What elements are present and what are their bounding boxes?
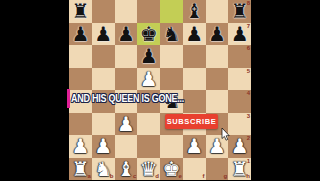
square-c6[interactable] <box>115 45 138 68</box>
mouse-cursor-icon <box>221 128 230 141</box>
file-label-d: d <box>155 173 159 180</box>
square-b6[interactable] <box>92 45 115 68</box>
square-b3[interactable] <box>92 113 115 136</box>
black-pawn[interactable]: ♟ <box>92 23 115 46</box>
square-b5[interactable] <box>92 68 115 91</box>
square-a6[interactable] <box>69 45 92 68</box>
black-pawn[interactable]: ♟ <box>206 23 229 46</box>
black-pawn[interactable]: ♟ <box>69 23 92 46</box>
square-a7[interactable]: ♟ <box>69 23 92 46</box>
square-h5[interactable]: 5 <box>228 68 251 91</box>
file-label-b: b <box>110 173 114 180</box>
square-c2[interactable] <box>115 135 138 158</box>
square-c8[interactable] <box>115 0 138 23</box>
square-f6[interactable] <box>183 45 206 68</box>
square-f8[interactable]: ♝ <box>183 0 206 23</box>
square-d7[interactable]: ♚ <box>137 23 160 46</box>
video-frame: ♜♝♜8♟♟♟♚♞♟♟♟7♟6♟5♞4♟3♟♟♟♟♟2♜a♞b♝c♛d♚efg♜… <box>0 0 320 180</box>
square-d8[interactable] <box>137 0 160 23</box>
square-g5[interactable] <box>206 68 229 91</box>
square-h8[interactable]: ♜8 <box>228 0 251 23</box>
rank-label-4: 4 <box>247 90 250 97</box>
white-pawn[interactable]: ♟ <box>69 135 92 158</box>
black-rook[interactable]: ♜ <box>69 0 92 23</box>
square-b1[interactable]: ♞b <box>92 158 115 181</box>
square-d1[interactable]: ♛d <box>137 158 160 181</box>
black-knight[interactable]: ♞ <box>160 23 183 46</box>
square-a8[interactable]: ♜ <box>69 0 92 23</box>
caption-text: AND HIS QUEEN IS GONE... <box>71 92 184 104</box>
square-e6[interactable] <box>160 45 183 68</box>
rank-label-7: 7 <box>247 23 250 30</box>
square-e8[interactable] <box>160 0 183 23</box>
square-c7[interactable]: ♟ <box>115 23 138 46</box>
black-king[interactable]: ♚ <box>137 23 160 46</box>
square-a1[interactable]: ♜a <box>69 158 92 181</box>
square-g1[interactable]: g <box>206 158 229 181</box>
square-e5[interactable] <box>160 68 183 91</box>
rank-label-2: 2 <box>247 135 250 142</box>
square-e2[interactable] <box>160 135 183 158</box>
rank-label-5: 5 <box>247 68 250 75</box>
square-d2[interactable] <box>137 135 160 158</box>
square-g6[interactable] <box>206 45 229 68</box>
square-e7[interactable]: ♞ <box>160 23 183 46</box>
file-label-e: e <box>178 173 181 180</box>
square-f1[interactable]: f <box>183 158 206 181</box>
square-b7[interactable]: ♟ <box>92 23 115 46</box>
square-g8[interactable] <box>206 0 229 23</box>
square-c5[interactable] <box>115 68 138 91</box>
rank-label-8: 8 <box>247 0 250 7</box>
square-c3[interactable]: ♟ <box>115 113 138 136</box>
square-h6[interactable]: 6 <box>228 45 251 68</box>
white-pawn[interactable]: ♟ <box>115 113 138 136</box>
black-pawn[interactable]: ♟ <box>137 45 160 68</box>
square-h3[interactable]: 3 <box>228 113 251 136</box>
black-pawn[interactable]: ♟ <box>115 23 138 46</box>
square-b8[interactable] <box>92 0 115 23</box>
black-pawn[interactable]: ♟ <box>183 23 206 46</box>
square-g7[interactable]: ♟ <box>206 23 229 46</box>
square-h1[interactable]: ♜1h <box>228 158 251 181</box>
white-pawn[interactable]: ♟ <box>183 135 206 158</box>
square-a2[interactable]: ♟ <box>69 135 92 158</box>
square-f7[interactable]: ♟ <box>183 23 206 46</box>
file-label-c: c <box>133 173 136 180</box>
caption-accent-bar <box>67 89 70 108</box>
square-f2[interactable]: ♟ <box>183 135 206 158</box>
rank-label-1: 1 <box>247 158 250 165</box>
file-label-h: h <box>246 173 250 180</box>
white-pawn[interactable]: ♟ <box>137 68 160 91</box>
file-label-a: a <box>87 173 90 180</box>
caption-overlay: AND HIS QUEEN IS GONE... <box>67 88 216 108</box>
file-label-f: f <box>203 173 205 180</box>
square-h4[interactable]: 4 <box>228 90 251 113</box>
square-a5[interactable] <box>69 68 92 91</box>
file-label-g: g <box>224 173 228 180</box>
square-c1[interactable]: ♝c <box>115 158 138 181</box>
white-pawn[interactable]: ♟ <box>92 135 115 158</box>
black-bishop[interactable]: ♝ <box>183 0 206 23</box>
rank-label-6: 6 <box>247 45 250 52</box>
rank-label-3: 3 <box>247 113 250 120</box>
square-f5[interactable] <box>183 68 206 91</box>
square-h2[interactable]: ♟2 <box>228 135 251 158</box>
subscribe-button[interactable]: SUBSCRIBE <box>165 114 218 129</box>
square-a3[interactable] <box>69 113 92 136</box>
square-b2[interactable]: ♟ <box>92 135 115 158</box>
square-d5[interactable]: ♟ <box>137 68 160 91</box>
square-d3[interactable] <box>137 113 160 136</box>
square-d6[interactable]: ♟ <box>137 45 160 68</box>
square-h7[interactable]: ♟7 <box>228 23 251 46</box>
square-e1[interactable]: ♚e <box>160 158 183 181</box>
